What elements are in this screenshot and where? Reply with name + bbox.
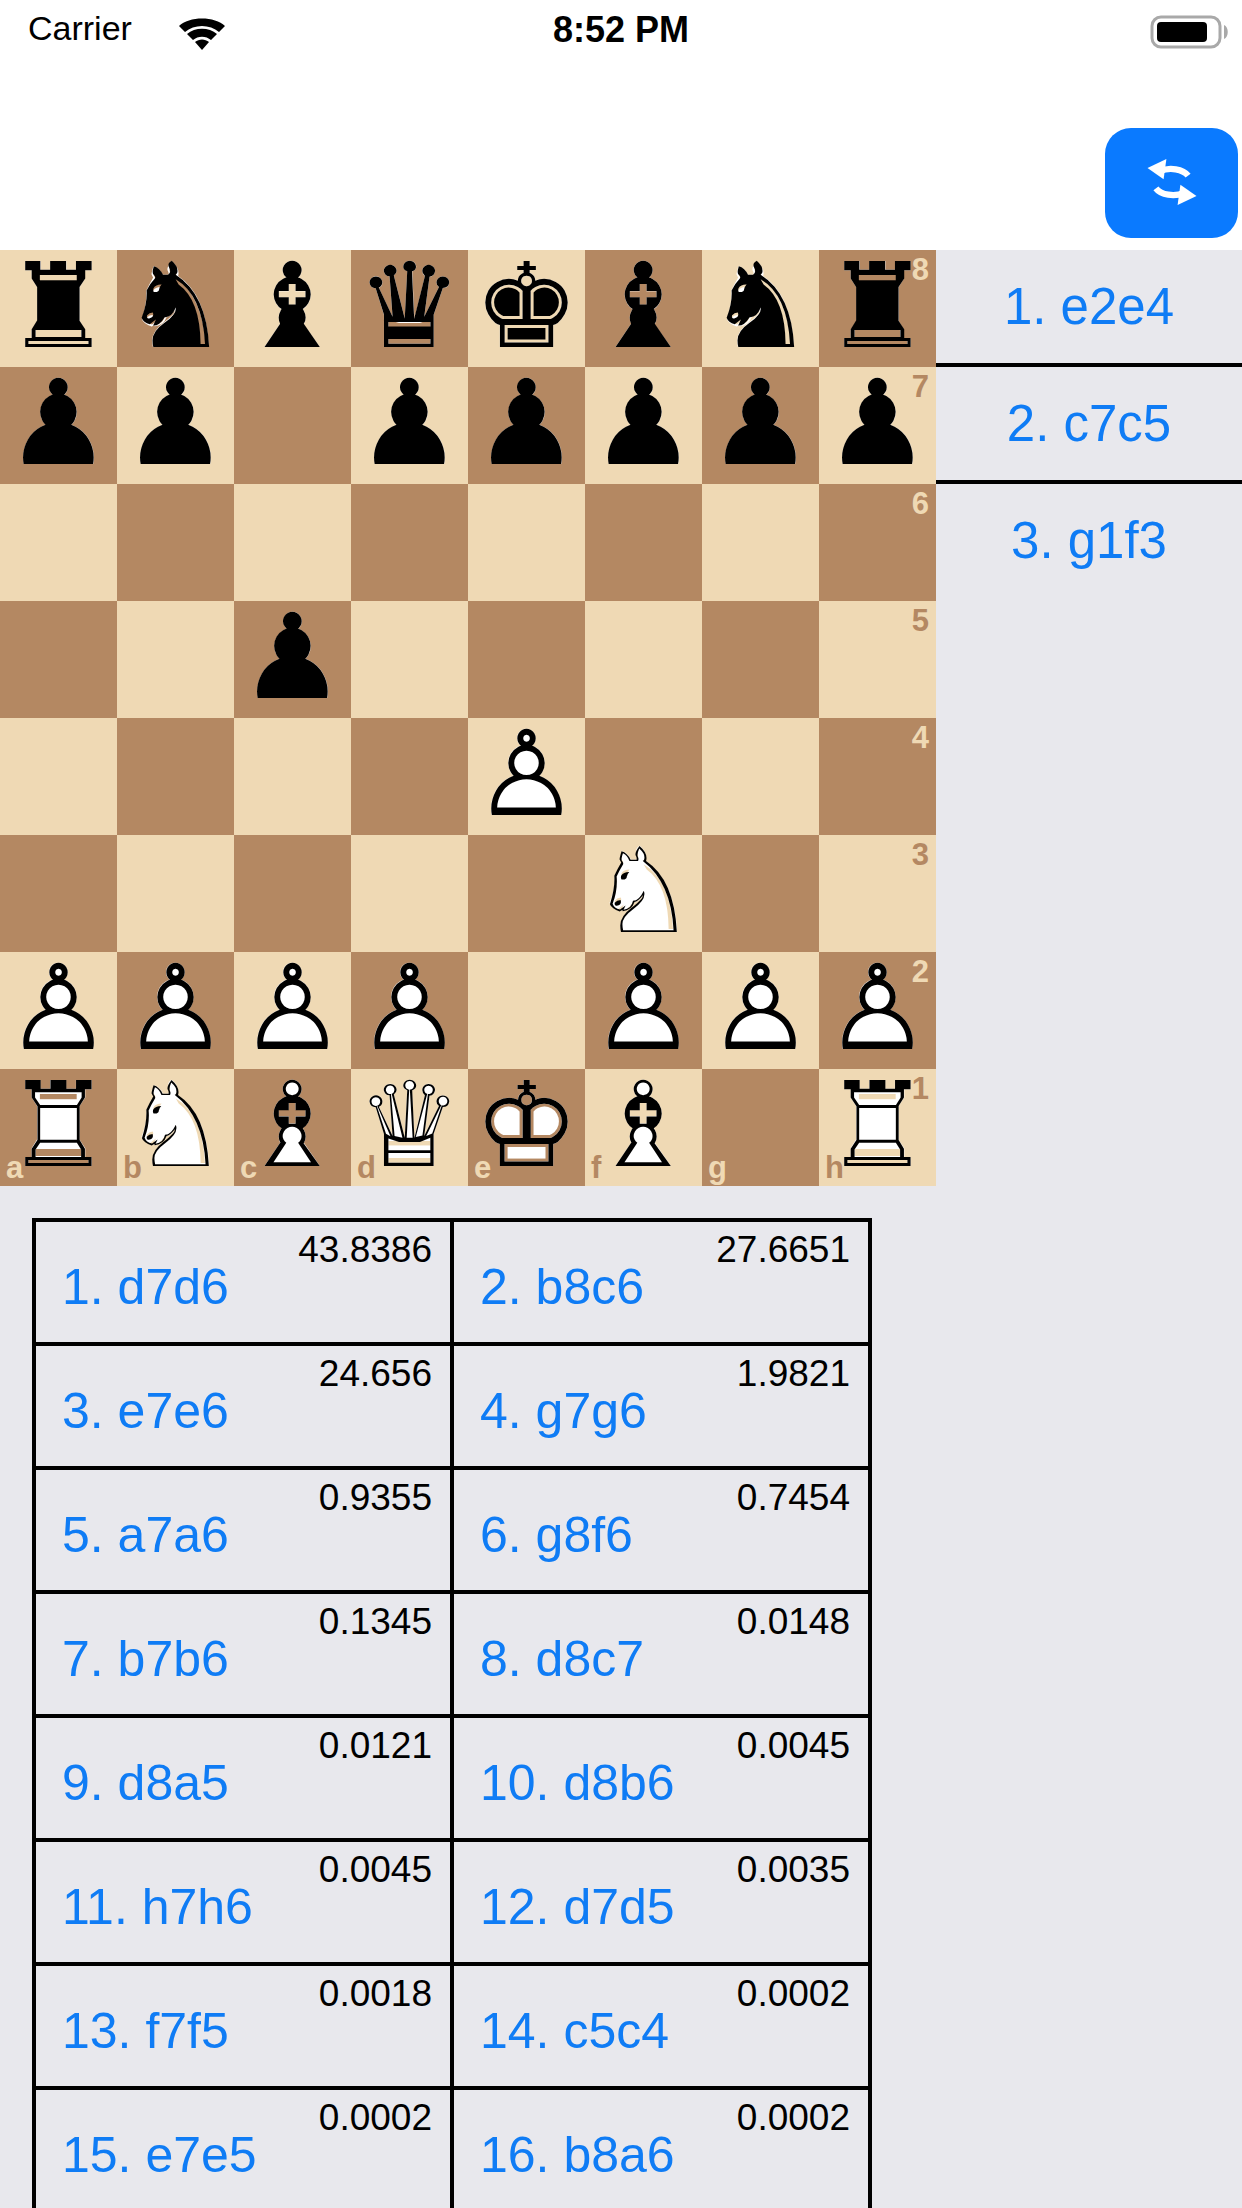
- candidate-move-score: 0.0002: [737, 1973, 850, 2015]
- square-e8[interactable]: ♔♚: [468, 250, 585, 367]
- square-h4[interactable]: 4: [819, 718, 936, 835]
- candidate-move-cell-2[interactable]: 2. b8c627.6651: [454, 1222, 868, 1342]
- square-a5[interactable]: [0, 601, 117, 718]
- app-screen: Carrier 8:52 PM: [0, 0, 1242, 2208]
- square-c4[interactable]: [234, 718, 351, 835]
- candidate-move-label: 4. g7g6: [480, 1382, 647, 1440]
- square-e4[interactable]: ♟♙: [468, 718, 585, 835]
- candidate-move-label: 9. d8a5: [62, 1754, 229, 1812]
- candidate-move-cell-1[interactable]: 1. d7d643.8386: [36, 1222, 450, 1342]
- square-g2[interactable]: ♟♙: [702, 952, 819, 1069]
- square-b4[interactable]: [117, 718, 234, 835]
- time-label: 8:52 PM: [0, 9, 1242, 51]
- flip-board-button[interactable]: [1105, 128, 1238, 238]
- square-d7[interactable]: ♙♟: [351, 367, 468, 484]
- square-e5[interactable]: [468, 601, 585, 718]
- square-f4[interactable]: [585, 718, 702, 835]
- square-f8[interactable]: ♗♝: [585, 250, 702, 367]
- square-g8[interactable]: ♘♞: [702, 250, 819, 367]
- square-a2[interactable]: ♟♙: [0, 952, 117, 1069]
- candidate-move-cell-9[interactable]: 9. d8a50.0121: [36, 1718, 450, 1838]
- square-c1[interactable]: ♝♗c: [234, 1069, 351, 1186]
- square-h2[interactable]: ♟♙2: [819, 952, 936, 1069]
- square-f3[interactable]: ♞♘: [585, 835, 702, 952]
- square-d8[interactable]: ♕♛: [351, 250, 468, 367]
- square-b8[interactable]: ♘♞: [117, 250, 234, 367]
- candidate-move-score: 0.0045: [319, 1849, 432, 1891]
- square-f6[interactable]: [585, 484, 702, 601]
- candidate-move-cell-8[interactable]: 8. d8c70.0148: [454, 1594, 868, 1714]
- candidate-move-label: 10. d8b6: [480, 1754, 675, 1812]
- square-a7[interactable]: ♙♟: [0, 367, 117, 484]
- square-e3[interactable]: [468, 835, 585, 952]
- square-d2[interactable]: ♟♙: [351, 952, 468, 1069]
- square-g1[interactable]: g: [702, 1069, 819, 1186]
- square-h3[interactable]: 3: [819, 835, 936, 952]
- candidate-move-label: 5. a7a6: [62, 1506, 229, 1564]
- square-g4[interactable]: [702, 718, 819, 835]
- square-b7[interactable]: ♙♟: [117, 367, 234, 484]
- square-b5[interactable]: [117, 601, 234, 718]
- square-e2[interactable]: [468, 952, 585, 1069]
- battery-icon: [1146, 11, 1236, 57]
- rank-label-3: 3: [912, 837, 929, 873]
- square-h7[interactable]: ♙♟7: [819, 367, 936, 484]
- candidate-move-score: 0.0045: [737, 1725, 850, 1767]
- square-b3[interactable]: [117, 835, 234, 952]
- square-f7[interactable]: ♙♟: [585, 367, 702, 484]
- square-b1[interactable]: ♞♘b: [117, 1069, 234, 1186]
- candidate-move-score: 24.656: [319, 1353, 432, 1395]
- square-c3[interactable]: [234, 835, 351, 952]
- rank-label-2: 2: [912, 954, 929, 990]
- square-c5[interactable]: ♙♟: [234, 601, 351, 718]
- refresh-icon: [1137, 147, 1207, 220]
- candidate-move-cell-14[interactable]: 14. c5c40.0002: [454, 1966, 868, 2086]
- candidate-move-label: 8. d8c7: [480, 1630, 644, 1688]
- square-d6[interactable]: [351, 484, 468, 601]
- candidate-move-score: 1.9821: [737, 1353, 850, 1395]
- square-h6[interactable]: 6: [819, 484, 936, 601]
- candidate-move-label: 14. c5c4: [480, 2002, 669, 2060]
- square-a3[interactable]: [0, 835, 117, 952]
- square-e1[interactable]: ♚♔e: [468, 1069, 585, 1186]
- candidate-move-score: 43.8386: [298, 1229, 432, 1271]
- rank-label-7: 7: [912, 369, 929, 405]
- square-h5[interactable]: 5: [819, 601, 936, 718]
- square-b2[interactable]: ♟♙: [117, 952, 234, 1069]
- square-h1[interactable]: ♜♖1h: [819, 1069, 936, 1186]
- chess-board: ♖♜♘♞♗♝♕♛♔♚♗♝♘♞♖♜8♙♟♙♟♙♟♙♟♙♟♙♟♙♟76♙♟5♟♙4♞…: [0, 250, 936, 1186]
- square-e6[interactable]: [468, 484, 585, 601]
- square-f1[interactable]: ♝♗f: [585, 1069, 702, 1186]
- square-b6[interactable]: [117, 484, 234, 601]
- square-c7[interactable]: [234, 367, 351, 484]
- file-label-a: a: [6, 1150, 23, 1186]
- candidate-move-cell-10[interactable]: 10. d8b60.0045: [454, 1718, 868, 1838]
- square-c6[interactable]: [234, 484, 351, 601]
- candidate-move-label: 11. h7h6: [62, 1878, 253, 1936]
- candidate-move-score: 0.0018: [319, 1973, 432, 2015]
- square-h8[interactable]: ♖♜8: [819, 250, 936, 367]
- candidate-move-cell-13[interactable]: 13. f7f50.0018: [36, 1966, 450, 2086]
- square-f5[interactable]: [585, 601, 702, 718]
- candidate-move-cell-16[interactable]: 16. b8a60.0002: [454, 2090, 868, 2208]
- file-label-h: h: [825, 1150, 844, 1186]
- square-d3[interactable]: [351, 835, 468, 952]
- header-area: Carrier 8:52 PM: [0, 0, 1242, 250]
- square-g5[interactable]: [702, 601, 819, 718]
- candidate-move-label: 12. d7d5: [480, 1878, 675, 1936]
- candidate-move-cell-11[interactable]: 11. h7h60.0045: [36, 1842, 450, 1962]
- rank-label-6: 6: [912, 486, 929, 522]
- candidate-move-score: 0.7454: [737, 1477, 850, 1519]
- history-move-1[interactable]: 1. e2e4: [936, 250, 1242, 367]
- candidate-move-label: 16. b8a6: [480, 2126, 675, 2184]
- candidate-move-score: 27.6651: [716, 1229, 850, 1271]
- candidate-move-label: 2. b8c6: [480, 1258, 644, 1316]
- square-d5[interactable]: [351, 601, 468, 718]
- candidate-moves-table: 1. d7d643.83862. b8c627.66513. e7e624.65…: [32, 1218, 872, 2208]
- square-e7[interactable]: ♙♟: [468, 367, 585, 484]
- file-label-e: e: [474, 1150, 491, 1186]
- square-c2[interactable]: ♟♙: [234, 952, 351, 1069]
- candidate-move-score: 0.0002: [319, 2097, 432, 2139]
- candidate-move-cell-3[interactable]: 3. e7e624.656: [36, 1346, 450, 1466]
- candidate-move-score: 0.0148: [737, 1601, 850, 1643]
- square-g7[interactable]: ♙♟: [702, 367, 819, 484]
- candidate-move-label: 13. f7f5: [62, 2002, 229, 2060]
- history-move-3[interactable]: 3. g1f3: [936, 484, 1242, 601]
- file-label-g: g: [708, 1150, 727, 1186]
- file-label-f: f: [591, 1150, 601, 1186]
- candidate-move-label: 6. g8f6: [480, 1506, 633, 1564]
- square-a6[interactable]: [0, 484, 117, 601]
- file-label-d: d: [357, 1150, 376, 1186]
- square-c8[interactable]: ♗♝: [234, 250, 351, 367]
- square-d4[interactable]: [351, 718, 468, 835]
- candidate-move-score: 0.0002: [737, 2097, 850, 2139]
- square-g3[interactable]: [702, 835, 819, 952]
- square-a8[interactable]: ♖♜: [0, 250, 117, 367]
- candidate-move-cell-6[interactable]: 6. g8f60.7454: [454, 1470, 868, 1590]
- rank-label-5: 5: [912, 603, 929, 639]
- candidate-move-cell-15[interactable]: 15. e7e50.0002: [36, 2090, 450, 2208]
- candidate-move-score: 0.0035: [737, 1849, 850, 1891]
- candidate-move-cell-4[interactable]: 4. g7g61.9821: [454, 1346, 868, 1466]
- candidate-move-label: 3. e7e6: [62, 1382, 229, 1440]
- candidate-move-score: 0.0121: [319, 1725, 432, 1767]
- file-label-b: b: [123, 1150, 142, 1186]
- candidate-move-score: 0.1345: [319, 1601, 432, 1643]
- square-g6[interactable]: [702, 484, 819, 601]
- square-a4[interactable]: [0, 718, 117, 835]
- candidate-move-label: 7. b7b6: [62, 1630, 229, 1688]
- move-history-panel: 1. e2e42. c7c53. g1f3: [936, 250, 1242, 2208]
- candidate-move-cell-12[interactable]: 12. d7d50.0035: [454, 1842, 868, 1962]
- history-move-2[interactable]: 2. c7c5: [936, 367, 1242, 484]
- square-d1[interactable]: ♛♕d: [351, 1069, 468, 1186]
- rank-label-8: 8: [912, 252, 929, 288]
- square-a1[interactable]: ♜♖a: [0, 1069, 117, 1186]
- candidate-move-label: 1. d7d6: [62, 1258, 229, 1316]
- candidate-move-cell-5[interactable]: 5. a7a60.9355: [36, 1470, 450, 1590]
- file-label-c: c: [240, 1150, 257, 1186]
- rank-label-4: 4: [912, 720, 929, 756]
- candidate-move-score: 0.9355: [319, 1477, 432, 1519]
- candidate-move-cell-7[interactable]: 7. b7b60.1345: [36, 1594, 450, 1714]
- rank-label-1: 1: [912, 1071, 929, 1107]
- square-f2[interactable]: ♟♙: [585, 952, 702, 1069]
- candidate-move-label: 15. e7e5: [62, 2126, 257, 2184]
